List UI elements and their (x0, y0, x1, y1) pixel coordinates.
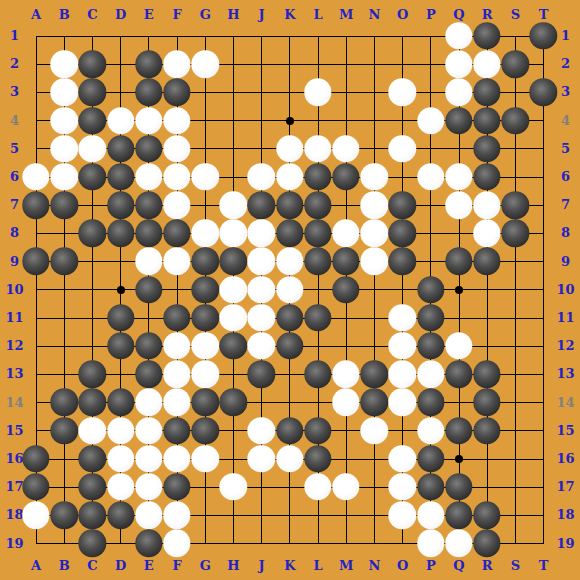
intersection-L13[interactable] (304, 360, 332, 388)
intersection-Q14[interactable] (445, 388, 473, 416)
intersection-J11[interactable] (247, 304, 275, 332)
intersection-J4[interactable] (247, 106, 275, 134)
intersection-G13[interactable] (191, 360, 219, 388)
intersection-T17[interactable] (529, 473, 557, 501)
intersection-N11[interactable] (360, 304, 388, 332)
intersection-K17[interactable] (276, 473, 304, 501)
intersection-E16[interactable] (135, 445, 163, 473)
intersection-F3[interactable] (163, 78, 191, 106)
intersection-E9[interactable] (135, 247, 163, 275)
intersection-F11[interactable] (163, 304, 191, 332)
intersection-E18[interactable] (135, 501, 163, 529)
intersection-P1[interactable] (417, 22, 445, 50)
intersection-T16[interactable] (529, 445, 557, 473)
intersection-Q13[interactable] (445, 360, 473, 388)
intersection-D18[interactable] (106, 501, 134, 529)
intersection-L4[interactable] (304, 106, 332, 134)
intersection-E14[interactable] (135, 388, 163, 416)
intersection-N13[interactable] (360, 360, 388, 388)
intersection-H7[interactable] (219, 191, 247, 219)
intersection-L19[interactable] (304, 529, 332, 557)
intersection-C15[interactable] (78, 417, 106, 445)
intersection-F4[interactable] (163, 106, 191, 134)
intersection-O3[interactable] (388, 78, 416, 106)
intersection-F8[interactable] (163, 219, 191, 247)
intersection-T2[interactable] (529, 50, 557, 78)
intersection-D2[interactable] (106, 50, 134, 78)
intersection-J13[interactable] (247, 360, 275, 388)
intersection-N14[interactable] (360, 388, 388, 416)
intersection-S19[interactable] (501, 529, 529, 557)
intersection-N5[interactable] (360, 135, 388, 163)
intersection-H11[interactable] (219, 304, 247, 332)
intersection-L2[interactable] (304, 50, 332, 78)
intersection-C1[interactable] (78, 22, 106, 50)
intersection-O1[interactable] (388, 22, 416, 50)
intersection-P2[interactable] (417, 50, 445, 78)
intersection-D7[interactable] (106, 191, 134, 219)
intersection-E13[interactable] (135, 360, 163, 388)
intersection-O12[interactable] (388, 332, 416, 360)
intersection-S14[interactable] (501, 388, 529, 416)
intersection-S15[interactable] (501, 417, 529, 445)
intersection-T11[interactable] (529, 304, 557, 332)
intersection-T19[interactable] (529, 529, 557, 557)
intersection-B7[interactable] (50, 191, 78, 219)
intersection-D19[interactable] (106, 529, 134, 557)
intersection-C16[interactable] (78, 445, 106, 473)
intersection-J7[interactable] (247, 191, 275, 219)
intersection-J3[interactable] (247, 78, 275, 106)
intersection-S11[interactable] (501, 304, 529, 332)
intersection-N6[interactable] (360, 163, 388, 191)
intersection-P16[interactable] (417, 445, 445, 473)
intersection-E2[interactable] (135, 50, 163, 78)
intersection-Q17[interactable] (445, 473, 473, 501)
intersection-S5[interactable] (501, 135, 529, 163)
intersection-N2[interactable] (360, 50, 388, 78)
intersection-C12[interactable] (78, 332, 106, 360)
intersection-G18[interactable] (191, 501, 219, 529)
intersection-G8[interactable] (191, 219, 219, 247)
intersection-T9[interactable] (529, 247, 557, 275)
intersection-A7[interactable] (22, 191, 50, 219)
intersection-C11[interactable] (78, 304, 106, 332)
intersection-H1[interactable] (219, 22, 247, 50)
intersection-H2[interactable] (219, 50, 247, 78)
intersection-K9[interactable] (276, 247, 304, 275)
intersection-O17[interactable] (388, 473, 416, 501)
intersection-Q11[interactable] (445, 304, 473, 332)
intersection-A3[interactable] (22, 78, 50, 106)
intersection-S18[interactable] (501, 501, 529, 529)
intersection-M17[interactable] (332, 473, 360, 501)
intersection-F7[interactable] (163, 191, 191, 219)
intersection-J1[interactable] (247, 22, 275, 50)
intersection-B19[interactable] (50, 529, 78, 557)
intersection-S9[interactable] (501, 247, 529, 275)
intersection-S13[interactable] (501, 360, 529, 388)
intersection-L7[interactable] (304, 191, 332, 219)
intersection-C10[interactable] (78, 276, 106, 304)
intersection-R9[interactable] (473, 247, 501, 275)
intersection-G17[interactable] (191, 473, 219, 501)
intersection-P4[interactable] (417, 106, 445, 134)
intersection-N1[interactable] (360, 22, 388, 50)
intersection-Q5[interactable] (445, 135, 473, 163)
intersection-A9[interactable] (22, 247, 50, 275)
intersection-Q8[interactable] (445, 219, 473, 247)
intersection-R3[interactable] (473, 78, 501, 106)
intersection-J15[interactable] (247, 417, 275, 445)
intersection-K16[interactable] (276, 445, 304, 473)
intersection-T4[interactable] (529, 106, 557, 134)
intersection-R10[interactable] (473, 276, 501, 304)
intersection-M12[interactable] (332, 332, 360, 360)
intersection-G9[interactable] (191, 247, 219, 275)
intersection-C14[interactable] (78, 388, 106, 416)
intersection-F6[interactable] (163, 163, 191, 191)
intersection-P13[interactable] (417, 360, 445, 388)
intersection-M11[interactable] (332, 304, 360, 332)
intersection-O11[interactable] (388, 304, 416, 332)
intersection-C7[interactable] (78, 191, 106, 219)
intersection-P18[interactable] (417, 501, 445, 529)
intersection-H10[interactable] (219, 276, 247, 304)
intersection-D16[interactable] (106, 445, 134, 473)
intersection-T18[interactable] (529, 501, 557, 529)
intersection-P15[interactable] (417, 417, 445, 445)
intersection-A10[interactable] (22, 276, 50, 304)
intersection-B10[interactable] (50, 276, 78, 304)
intersection-P12[interactable] (417, 332, 445, 360)
intersection-L10[interactable] (304, 276, 332, 304)
intersection-J5[interactable] (247, 135, 275, 163)
intersection-E8[interactable] (135, 219, 163, 247)
intersection-T6[interactable] (529, 163, 557, 191)
intersection-N18[interactable] (360, 501, 388, 529)
intersection-G11[interactable] (191, 304, 219, 332)
intersection-P7[interactable] (417, 191, 445, 219)
intersection-E6[interactable] (135, 163, 163, 191)
intersection-S12[interactable] (501, 332, 529, 360)
intersection-F12[interactable] (163, 332, 191, 360)
intersection-M2[interactable] (332, 50, 360, 78)
intersection-M10[interactable] (332, 276, 360, 304)
intersection-K14[interactable] (276, 388, 304, 416)
intersection-T8[interactable] (529, 219, 557, 247)
intersection-M5[interactable] (332, 135, 360, 163)
intersection-O2[interactable] (388, 50, 416, 78)
intersection-K8[interactable] (276, 219, 304, 247)
intersection-J8[interactable] (247, 219, 275, 247)
intersection-F9[interactable] (163, 247, 191, 275)
intersection-O5[interactable] (388, 135, 416, 163)
intersection-D8[interactable] (106, 219, 134, 247)
intersection-C9[interactable] (78, 247, 106, 275)
intersection-G19[interactable] (191, 529, 219, 557)
intersection-E10[interactable] (135, 276, 163, 304)
intersection-K18[interactable] (276, 501, 304, 529)
intersection-A18[interactable] (22, 501, 50, 529)
intersection-K3[interactable] (276, 78, 304, 106)
intersection-B6[interactable] (50, 163, 78, 191)
intersection-L8[interactable] (304, 219, 332, 247)
intersection-E3[interactable] (135, 78, 163, 106)
intersection-L16[interactable] (304, 445, 332, 473)
intersection-O8[interactable] (388, 219, 416, 247)
intersection-B17[interactable] (50, 473, 78, 501)
intersection-Q6[interactable] (445, 163, 473, 191)
intersection-H4[interactable] (219, 106, 247, 134)
intersection-K11[interactable] (276, 304, 304, 332)
intersection-A8[interactable] (22, 219, 50, 247)
intersection-P11[interactable] (417, 304, 445, 332)
intersection-D4[interactable] (106, 106, 134, 134)
intersection-B13[interactable] (50, 360, 78, 388)
intersection-D6[interactable] (106, 163, 134, 191)
intersection-F17[interactable] (163, 473, 191, 501)
intersection-G12[interactable] (191, 332, 219, 360)
intersection-F13[interactable] (163, 360, 191, 388)
intersection-Q9[interactable] (445, 247, 473, 275)
intersection-C4[interactable] (78, 106, 106, 134)
intersection-C13[interactable] (78, 360, 106, 388)
intersection-J9[interactable] (247, 247, 275, 275)
intersection-N4[interactable] (360, 106, 388, 134)
intersection-H9[interactable] (219, 247, 247, 275)
intersection-B2[interactable] (50, 50, 78, 78)
intersection-M8[interactable] (332, 219, 360, 247)
intersection-A4[interactable] (22, 106, 50, 134)
intersection-E1[interactable] (135, 22, 163, 50)
intersection-E12[interactable] (135, 332, 163, 360)
intersection-M15[interactable] (332, 417, 360, 445)
intersection-R19[interactable] (473, 529, 501, 557)
intersection-H19[interactable] (219, 529, 247, 557)
intersection-G16[interactable] (191, 445, 219, 473)
intersection-G10[interactable] (191, 276, 219, 304)
intersection-R8[interactable] (473, 219, 501, 247)
intersection-A6[interactable] (22, 163, 50, 191)
intersection-D11[interactable] (106, 304, 134, 332)
intersection-S3[interactable] (501, 78, 529, 106)
intersection-D5[interactable] (106, 135, 134, 163)
intersection-D15[interactable] (106, 417, 134, 445)
intersection-L14[interactable] (304, 388, 332, 416)
intersection-J16[interactable] (247, 445, 275, 473)
intersection-Q2[interactable] (445, 50, 473, 78)
intersection-E4[interactable] (135, 106, 163, 134)
intersection-N15[interactable] (360, 417, 388, 445)
intersection-S4[interactable] (501, 106, 529, 134)
intersection-C5[interactable] (78, 135, 106, 163)
intersection-G2[interactable] (191, 50, 219, 78)
intersection-H14[interactable] (219, 388, 247, 416)
intersection-T13[interactable] (529, 360, 557, 388)
intersection-E7[interactable] (135, 191, 163, 219)
intersection-K2[interactable] (276, 50, 304, 78)
intersection-K1[interactable] (276, 22, 304, 50)
intersection-L9[interactable] (304, 247, 332, 275)
intersection-M9[interactable] (332, 247, 360, 275)
intersection-C18[interactable] (78, 501, 106, 529)
intersection-C2[interactable] (78, 50, 106, 78)
intersection-K6[interactable] (276, 163, 304, 191)
intersection-C19[interactable] (78, 529, 106, 557)
intersection-A12[interactable] (22, 332, 50, 360)
intersection-O14[interactable] (388, 388, 416, 416)
intersection-B11[interactable] (50, 304, 78, 332)
intersection-Q10[interactable] (445, 276, 473, 304)
intersection-J2[interactable] (247, 50, 275, 78)
intersection-E15[interactable] (135, 417, 163, 445)
intersection-O10[interactable] (388, 276, 416, 304)
intersection-R5[interactable] (473, 135, 501, 163)
intersection-S10[interactable] (501, 276, 529, 304)
intersection-H5[interactable] (219, 135, 247, 163)
intersection-K7[interactable] (276, 191, 304, 219)
intersection-S16[interactable] (501, 445, 529, 473)
intersection-F19[interactable] (163, 529, 191, 557)
intersection-G7[interactable] (191, 191, 219, 219)
intersection-D13[interactable] (106, 360, 134, 388)
intersection-D10[interactable] (106, 276, 134, 304)
intersection-A2[interactable] (22, 50, 50, 78)
intersection-N7[interactable] (360, 191, 388, 219)
intersection-F10[interactable] (163, 276, 191, 304)
intersection-B3[interactable] (50, 78, 78, 106)
intersection-O7[interactable] (388, 191, 416, 219)
intersection-P19[interactable] (417, 529, 445, 557)
intersection-C8[interactable] (78, 219, 106, 247)
intersection-R6[interactable] (473, 163, 501, 191)
intersection-G6[interactable] (191, 163, 219, 191)
intersection-E11[interactable] (135, 304, 163, 332)
intersection-A13[interactable] (22, 360, 50, 388)
intersection-G5[interactable] (191, 135, 219, 163)
intersection-A14[interactable] (22, 388, 50, 416)
intersection-R13[interactable] (473, 360, 501, 388)
intersection-S2[interactable] (501, 50, 529, 78)
intersection-Q4[interactable] (445, 106, 473, 134)
intersection-P9[interactable] (417, 247, 445, 275)
intersection-E19[interactable] (135, 529, 163, 557)
intersection-B8[interactable] (50, 219, 78, 247)
intersection-J19[interactable] (247, 529, 275, 557)
intersection-J18[interactable] (247, 501, 275, 529)
intersection-G1[interactable] (191, 22, 219, 50)
intersection-Q18[interactable] (445, 501, 473, 529)
intersection-L6[interactable] (304, 163, 332, 191)
intersection-C3[interactable] (78, 78, 106, 106)
intersection-G15[interactable] (191, 417, 219, 445)
intersection-H12[interactable] (219, 332, 247, 360)
intersection-G4[interactable] (191, 106, 219, 134)
intersection-B1[interactable] (50, 22, 78, 50)
intersection-T12[interactable] (529, 332, 557, 360)
intersection-Q7[interactable] (445, 191, 473, 219)
intersection-N12[interactable] (360, 332, 388, 360)
intersection-D12[interactable] (106, 332, 134, 360)
intersection-N9[interactable] (360, 247, 388, 275)
intersection-F16[interactable] (163, 445, 191, 473)
intersection-R18[interactable] (473, 501, 501, 529)
intersection-J17[interactable] (247, 473, 275, 501)
intersection-J6[interactable] (247, 163, 275, 191)
intersection-F1[interactable] (163, 22, 191, 50)
intersection-H8[interactable] (219, 219, 247, 247)
intersection-T10[interactable] (529, 276, 557, 304)
intersection-H6[interactable] (219, 163, 247, 191)
intersection-A1[interactable] (22, 22, 50, 50)
intersection-M1[interactable] (332, 22, 360, 50)
intersection-N10[interactable] (360, 276, 388, 304)
intersection-P17[interactable] (417, 473, 445, 501)
intersection-O19[interactable] (388, 529, 416, 557)
intersection-P8[interactable] (417, 219, 445, 247)
intersection-K15[interactable] (276, 417, 304, 445)
intersection-L18[interactable] (304, 501, 332, 529)
intersection-R12[interactable] (473, 332, 501, 360)
intersection-Q1[interactable] (445, 22, 473, 50)
intersection-R14[interactable] (473, 388, 501, 416)
intersection-M18[interactable] (332, 501, 360, 529)
intersection-L11[interactable] (304, 304, 332, 332)
intersection-C17[interactable] (78, 473, 106, 501)
intersection-F15[interactable] (163, 417, 191, 445)
intersection-K19[interactable] (276, 529, 304, 557)
intersection-A5[interactable] (22, 135, 50, 163)
intersection-O9[interactable] (388, 247, 416, 275)
intersection-R2[interactable] (473, 50, 501, 78)
intersection-R17[interactable] (473, 473, 501, 501)
intersection-D3[interactable] (106, 78, 134, 106)
intersection-M4[interactable] (332, 106, 360, 134)
intersection-Q19[interactable] (445, 529, 473, 557)
intersection-B5[interactable] (50, 135, 78, 163)
intersection-K10[interactable] (276, 276, 304, 304)
intersection-H16[interactable] (219, 445, 247, 473)
intersection-B16[interactable] (50, 445, 78, 473)
intersection-F2[interactable] (163, 50, 191, 78)
intersection-H17[interactable] (219, 473, 247, 501)
intersection-K5[interactable] (276, 135, 304, 163)
intersection-O4[interactable] (388, 106, 416, 134)
intersection-J12[interactable] (247, 332, 275, 360)
intersection-R11[interactable] (473, 304, 501, 332)
intersection-T1[interactable] (529, 22, 557, 50)
intersection-O6[interactable] (388, 163, 416, 191)
intersection-A17[interactable] (22, 473, 50, 501)
intersection-R4[interactable] (473, 106, 501, 134)
intersection-D17[interactable] (106, 473, 134, 501)
intersection-E5[interactable] (135, 135, 163, 163)
intersection-N19[interactable] (360, 529, 388, 557)
intersection-T5[interactable] (529, 135, 557, 163)
intersection-S6[interactable] (501, 163, 529, 191)
intersection-E17[interactable] (135, 473, 163, 501)
intersection-M19[interactable] (332, 529, 360, 557)
intersection-L3[interactable] (304, 78, 332, 106)
intersection-R15[interactable] (473, 417, 501, 445)
intersection-R1[interactable] (473, 22, 501, 50)
intersection-P3[interactable] (417, 78, 445, 106)
intersection-G14[interactable] (191, 388, 219, 416)
intersection-K12[interactable] (276, 332, 304, 360)
intersection-J14[interactable] (247, 388, 275, 416)
intersection-R7[interactable] (473, 191, 501, 219)
